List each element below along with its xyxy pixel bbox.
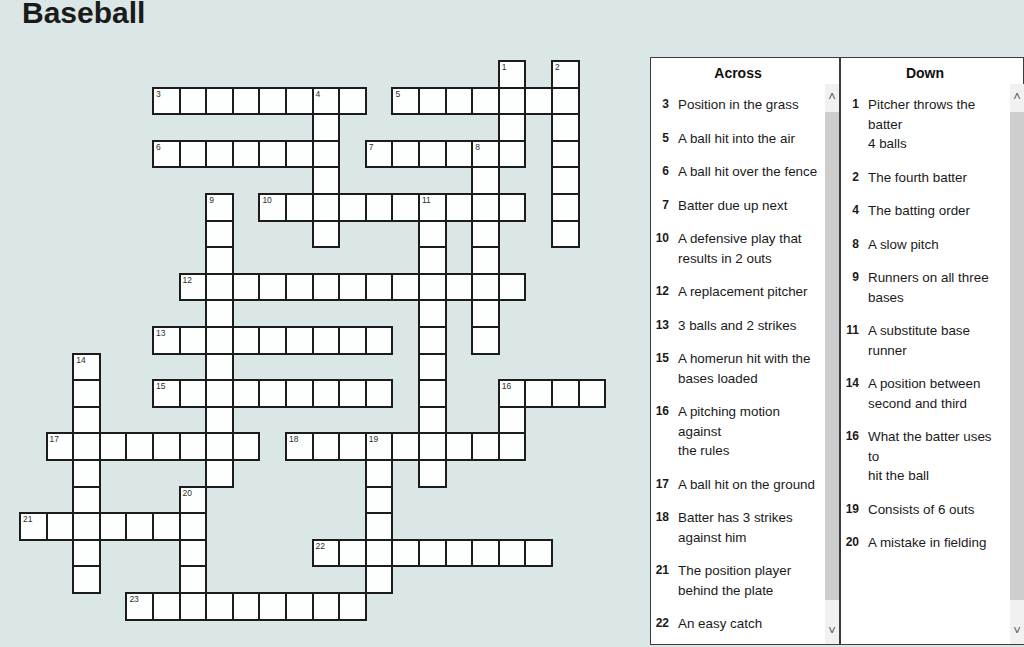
- down-scrollbar[interactable]: ˄ ˅: [1010, 84, 1024, 644]
- grid-cell-r10c13[interactable]: [365, 326, 394, 355]
- grid-cell-r14c7[interactable]: [205, 432, 234, 461]
- grid-cell-r14c8[interactable]: [232, 432, 261, 461]
- grid-cell-r20c5[interactable]: [152, 592, 181, 621]
- down-clue-text-4: The batting order: [868, 201, 1003, 221]
- down-clue-text-8: A slow pitch: [868, 235, 1003, 255]
- across-clue-text-18: Batter has 3 strikesagainst him: [678, 508, 819, 547]
- grid-cell-r10c7[interactable]: [205, 326, 234, 355]
- grid-cell-r18c17[interactable]: [471, 539, 500, 568]
- down-clue-number-8: 8: [841, 235, 859, 255]
- grid-cell-r8c15[interactable]: [418, 273, 447, 302]
- grid-cell-r17c0[interactable]: 21: [19, 512, 48, 541]
- grid-cell-r5c14[interactable]: [391, 193, 420, 222]
- down-clue-list: 1Pitcher throws the batter4 balls2The fo…: [841, 95, 1003, 567]
- down-clue-text-11: A substitute base runner: [868, 321, 1003, 360]
- grid-cell-r3c15[interactable]: [418, 140, 447, 169]
- grid-cell-r7c17[interactable]: [471, 246, 500, 275]
- across-clue-16[interactable]: 16A pitching motion againstthe rules: [651, 402, 819, 461]
- grid-cell-r5c13[interactable]: [365, 193, 394, 222]
- scrollbar-thumb[interactable]: [825, 112, 839, 600]
- grid-cell-r12c9[interactable]: [258, 379, 287, 408]
- grid-cell-r3c9[interactable]: [258, 140, 287, 169]
- grid-cell-r9c15[interactable]: [418, 299, 447, 328]
- grid-cell-r10c5[interactable]: 13: [152, 326, 181, 355]
- grid-cell-r10c9[interactable]: [258, 326, 287, 355]
- grid-cell-r0c18[interactable]: 1: [498, 60, 527, 89]
- across-clue-text-5: A ball hit into the air: [678, 129, 819, 149]
- grid-cell-r20c9[interactable]: [258, 592, 287, 621]
- grid-cell-r1c5[interactable]: 3: [152, 87, 181, 116]
- grid-cell-r6c17[interactable]: [471, 220, 500, 249]
- grid-cell-r12c6[interactable]: [179, 379, 208, 408]
- scroll-down-icon[interactable]: ˅: [825, 616, 839, 644]
- grid-cell-r11c7[interactable]: [205, 353, 234, 382]
- down-clue-number-4: 4: [841, 201, 859, 221]
- grid-cell-r13c18[interactable]: [498, 406, 527, 435]
- grid-cell-r20c7[interactable]: [205, 592, 234, 621]
- across-clue-text-17: A ball hit on the ground: [678, 475, 819, 495]
- grid-cell-r1c20[interactable]: [551, 87, 580, 116]
- grid-cell-r8c9[interactable]: [258, 273, 287, 302]
- grid-cell-r7c7[interactable]: [205, 246, 234, 275]
- grid-cell-r17c3[interactable]: [99, 512, 128, 541]
- across-clue-text-22: An easy catch: [678, 614, 819, 634]
- cell-number-2: 2: [555, 62, 560, 72]
- across-clue-6[interactable]: 6A ball hit over the fence: [651, 162, 819, 182]
- grid-cell-r6c20[interactable]: [551, 220, 580, 249]
- grid-cell-r3c13[interactable]: 7: [365, 140, 394, 169]
- grid-cell-r10c17[interactable]: [471, 326, 500, 355]
- grid-cell-r8c11[interactable]: [312, 273, 341, 302]
- grid-cell-r18c15[interactable]: [418, 539, 447, 568]
- grid-cell-r16c6[interactable]: 20: [179, 486, 208, 515]
- down-clue-number-2: 2: [841, 168, 859, 188]
- down-clue-4[interactable]: 4The batting order: [841, 201, 1003, 221]
- grid-cell-r18c16[interactable]: [445, 539, 474, 568]
- across-clue-number-5: 5: [651, 129, 669, 149]
- grid-cell-r13c2[interactable]: [72, 406, 101, 435]
- grid-cell-r2c20[interactable]: [551, 113, 580, 142]
- grid-cell-r6c11[interactable]: [312, 220, 341, 249]
- grid-cell-r17c13[interactable]: [365, 512, 394, 541]
- grid-cell-r1c15[interactable]: [418, 87, 447, 116]
- grid-cell-r8c7[interactable]: [205, 273, 234, 302]
- grid-cell-r3c11[interactable]: [312, 140, 341, 169]
- down-clue-number-20: 20: [841, 533, 859, 553]
- down-clue-text-19: Consists of 6 outs: [868, 500, 1003, 520]
- grid-cell-r18c19[interactable]: [524, 539, 553, 568]
- grid-cell-r3c20[interactable]: [551, 140, 580, 169]
- grid-cell-r5c7[interactable]: 9: [205, 193, 234, 222]
- cell-number-10: 10: [262, 195, 271, 205]
- crossword-app: Baseball 1234567891011121314151617181920…: [0, 0, 1024, 647]
- grid-cell-r17c6[interactable]: [179, 512, 208, 541]
- grid-cell-r3c16[interactable]: [445, 140, 474, 169]
- grid-cell-r13c15[interactable]: [418, 406, 447, 435]
- across-clue-number-12: 12: [651, 282, 669, 302]
- grid-cell-r19c6[interactable]: [179, 565, 208, 594]
- grid-cell-r5c17[interactable]: [471, 193, 500, 222]
- grid-cell-r3c14[interactable]: [391, 140, 420, 169]
- grid-cell-r14c15[interactable]: [418, 432, 447, 461]
- grid-cell-r17c4[interactable]: [125, 512, 154, 541]
- grid-cell-r12c21[interactable]: [578, 379, 607, 408]
- grid-cell-r1c11[interactable]: 4: [312, 87, 341, 116]
- crossword-board: 1234567891011121314151617181920212223: [19, 60, 607, 621]
- grid-cell-r3c5[interactable]: 6: [152, 140, 181, 169]
- across-clue-number-15: 15: [651, 349, 669, 388]
- grid-cell-r14c14[interactable]: [391, 432, 420, 461]
- grid-cell-r12c11[interactable]: [312, 379, 341, 408]
- down-clue-2[interactable]: 2The fourth batter: [841, 168, 1003, 188]
- grid-cell-r8c8[interactable]: [232, 273, 261, 302]
- across-clue-text-21: The position playerbehind the plate: [678, 561, 819, 600]
- grid-cell-r12c15[interactable]: [418, 379, 447, 408]
- cell-number-16: 16: [502, 381, 511, 391]
- down-clue-number-19: 19: [841, 500, 859, 520]
- cell-number-8: 8: [475, 142, 480, 152]
- grid-cell-r4c11[interactable]: [312, 166, 341, 195]
- down-clue-8[interactable]: 8A slow pitch: [841, 235, 1003, 255]
- grid-cell-r1c10[interactable]: [285, 87, 314, 116]
- across-clue-number-6: 6: [651, 162, 669, 182]
- grid-cell-r14c11[interactable]: [312, 432, 341, 461]
- grid-cell-r1c14[interactable]: 5: [391, 87, 420, 116]
- grid-cell-r2c11[interactable]: [312, 113, 341, 142]
- down-clue-number-9: 9: [841, 268, 859, 307]
- scroll-up-icon[interactable]: ˄: [1010, 84, 1024, 112]
- grid-cell-r14c13[interactable]: 19: [365, 432, 394, 461]
- down-clue-20[interactable]: 20A mistake in fielding: [841, 533, 1003, 553]
- down-header: Down: [841, 65, 1023, 81]
- scrollbar-thumb[interactable]: [1010, 112, 1024, 600]
- grid-cell-r12c2[interactable]: [72, 379, 101, 408]
- cell-number-5: 5: [395, 89, 400, 99]
- across-clue-3[interactable]: 3Position in the grass: [651, 95, 819, 115]
- down-clue-text-16: What the batter uses tohit the ball: [868, 427, 1003, 486]
- grid-cell-r5c10[interactable]: [285, 193, 314, 222]
- across-scrollbar[interactable]: ˄ ˅: [825, 84, 839, 644]
- grid-cell-r15c2[interactable]: [72, 459, 101, 488]
- across-header: Across: [651, 65, 839, 81]
- grid-cell-r11c15[interactable]: [418, 353, 447, 382]
- down-clues-panel: Down 1Pitcher throws the batter4 balls2T…: [840, 57, 1024, 645]
- across-clue-number-3: 3: [651, 95, 669, 115]
- grid-cell-r17c5[interactable]: [152, 512, 181, 541]
- cell-number-19: 19: [369, 434, 378, 444]
- grid-cell-r3c10[interactable]: [285, 140, 314, 169]
- grid-cell-r18c11[interactable]: 22: [312, 539, 341, 568]
- grid-cell-r10c12[interactable]: [338, 326, 367, 355]
- grid-cell-r20c6[interactable]: [179, 592, 208, 621]
- across-clue-number-22: 22: [651, 614, 669, 634]
- grid-cell-r10c8[interactable]: [232, 326, 261, 355]
- down-clue-16[interactable]: 16What the batter uses tohit the ball: [841, 427, 1003, 486]
- grid-cell-r4c20[interactable]: [551, 166, 580, 195]
- grid-cell-r14c3[interactable]: [99, 432, 128, 461]
- grid-cell-r5c18[interactable]: [498, 193, 527, 222]
- grid-cell-r1c6[interactable]: [179, 87, 208, 116]
- across-clue-10[interactable]: 10A defensive play thatresults in 2 outs: [651, 229, 819, 268]
- grid-cell-r18c14[interactable]: [391, 539, 420, 568]
- grid-cell-r20c10[interactable]: [285, 592, 314, 621]
- grid-cell-r20c12[interactable]: [338, 592, 367, 621]
- across-clue-text-3: Position in the grass: [678, 95, 819, 115]
- grid-cell-r1c16[interactable]: [445, 87, 474, 116]
- grid-cell-r15c13[interactable]: [365, 459, 394, 488]
- across-clue-number-10: 10: [651, 229, 669, 268]
- across-clue-17[interactable]: 17A ball hit on the ground: [651, 475, 819, 495]
- grid-cell-r0c20[interactable]: 2: [551, 60, 580, 89]
- grid-cell-r18c6[interactable]: [179, 539, 208, 568]
- cell-number-1: 1: [502, 62, 507, 72]
- grid-cell-r12c10[interactable]: [285, 379, 314, 408]
- grid-cell-r8c10[interactable]: [285, 273, 314, 302]
- across-clue-number-13: 13: [651, 316, 669, 336]
- down-clue-text-2: The fourth batter: [868, 168, 1003, 188]
- cell-number-3: 3: [156, 89, 161, 99]
- down-clue-9[interactable]: 9Runners on all three bases: [841, 268, 1003, 307]
- grid-cell-r7c15[interactable]: [418, 246, 447, 275]
- down-clue-number-16: 16: [841, 427, 859, 486]
- grid-cell-r3c7[interactable]: [205, 140, 234, 169]
- grid-cell-r9c7[interactable]: [205, 299, 234, 328]
- down-clue-number-14: 14: [841, 374, 859, 413]
- grid-cell-r10c6[interactable]: [179, 326, 208, 355]
- across-clues-panel: Across 3Position in the grass5A ball hit…: [650, 57, 840, 645]
- down-clue-number-11: 11: [841, 321, 859, 360]
- grid-cell-r12c18[interactable]: 16: [498, 379, 527, 408]
- across-clue-15[interactable]: 15A homerun hit with thebases loaded: [651, 349, 819, 388]
- grid-cell-r20c11[interactable]: [312, 592, 341, 621]
- grid-cell-r16c13[interactable]: [365, 486, 394, 515]
- across-clue-text-15: A homerun hit with thebases loaded: [678, 349, 819, 388]
- grid-cell-r18c2[interactable]: [72, 539, 101, 568]
- down-clue-1[interactable]: 1Pitcher throws the batter4 balls: [841, 95, 1003, 154]
- cell-number-17: 17: [50, 434, 59, 444]
- grid-cell-r18c13[interactable]: [365, 539, 394, 568]
- grid-cell-r10c15[interactable]: [418, 326, 447, 355]
- grid-cell-r6c15[interactable]: [418, 220, 447, 249]
- grid-cell-r11c2[interactable]: 14: [72, 353, 101, 382]
- grid-cell-r1c17[interactable]: [471, 87, 500, 116]
- grid-cell-r2c18[interactable]: [498, 113, 527, 142]
- grid-cell-r12c13[interactable]: [365, 379, 394, 408]
- grid-cell-r20c4[interactable]: 23: [125, 592, 154, 621]
- grid-cell-r14c16[interactable]: [445, 432, 474, 461]
- down-clue-number-1: 1: [841, 95, 859, 154]
- cell-number-21: 21: [23, 514, 32, 524]
- across-clue-text-13: 3 balls and 2 strikes: [678, 316, 819, 336]
- grid-cell-r5c20[interactable]: [551, 193, 580, 222]
- grid-cell-r1c18[interactable]: [498, 87, 527, 116]
- grid-cell-r14c17[interactable]: [471, 432, 500, 461]
- down-clue-text-14: A position betweensecond and third: [868, 374, 1003, 413]
- grid-cell-r1c8[interactable]: [232, 87, 261, 116]
- grid-cell-r3c18[interactable]: [498, 140, 527, 169]
- across-clue-text-6: A ball hit over the fence: [678, 162, 819, 182]
- grid-cell-r8c16[interactable]: [445, 273, 474, 302]
- across-clue-list: 3Position in the grass5A ball hit into t…: [651, 95, 819, 647]
- cell-number-12: 12: [183, 275, 192, 285]
- grid-cell-r1c19[interactable]: [524, 87, 553, 116]
- cell-number-11: 11: [422, 195, 431, 205]
- across-clue-text-16: A pitching motion againstthe rules: [678, 402, 819, 461]
- scroll-up-icon[interactable]: ˄: [825, 84, 839, 112]
- grid-cell-r8c18[interactable]: [498, 273, 527, 302]
- grid-cell-r14c1[interactable]: 17: [46, 432, 75, 461]
- grid-cell-r12c8[interactable]: [232, 379, 261, 408]
- cell-number-18: 18: [289, 434, 298, 444]
- across-clue-22[interactable]: 22An easy catch: [651, 614, 819, 634]
- grid-cell-r4c17[interactable]: [471, 166, 500, 195]
- across-clue-text-7: Batter due up next: [678, 196, 819, 216]
- grid-cell-r14c5[interactable]: [152, 432, 181, 461]
- grid-cell-r20c8[interactable]: [232, 592, 261, 621]
- across-clue-text-12: A replacement pitcher: [678, 282, 819, 302]
- grid-cell-r13c7[interactable]: [205, 406, 234, 435]
- across-clue-13[interactable]: 133 balls and 2 strikes: [651, 316, 819, 336]
- down-clue-19[interactable]: 19Consists of 6 outs: [841, 500, 1003, 520]
- grid-cell-r12c19[interactable]: [524, 379, 553, 408]
- grid-cell-r18c12[interactable]: [338, 539, 367, 568]
- across-clue-21[interactable]: 21The position playerbehind the plate: [651, 561, 819, 600]
- grid-cell-r14c4[interactable]: [125, 432, 154, 461]
- cell-number-20: 20: [183, 488, 192, 498]
- grid-cell-r16c2[interactable]: [72, 486, 101, 515]
- across-clue-number-17: 17: [651, 475, 669, 495]
- down-clue-text-1: Pitcher throws the batter4 balls: [868, 95, 1003, 154]
- across-clue-18[interactable]: 18Batter has 3 strikesagainst him: [651, 508, 819, 547]
- cell-number-15: 15: [156, 381, 165, 391]
- down-clue-11[interactable]: 11A substitute base runner: [841, 321, 1003, 360]
- grid-cell-r1c9[interactable]: [258, 87, 287, 116]
- grid-cell-r14c2[interactable]: [72, 432, 101, 461]
- grid-cell-r12c7[interactable]: [205, 379, 234, 408]
- grid-cell-r1c12[interactable]: [338, 87, 367, 116]
- grid-cell-r3c8[interactable]: [232, 140, 261, 169]
- grid-cell-r10c11[interactable]: [312, 326, 341, 355]
- down-clue-text-9: Runners on all three bases: [868, 268, 1003, 307]
- grid-cell-r3c6[interactable]: [179, 140, 208, 169]
- grid-cell-r8c12[interactable]: [338, 273, 367, 302]
- across-clue-number-7: 7: [651, 196, 669, 216]
- grid-cell-r8c6[interactable]: 12: [179, 273, 208, 302]
- grid-cell-r8c13[interactable]: [365, 273, 394, 302]
- grid-cell-r19c13[interactable]: [365, 565, 394, 594]
- across-clue-number-16: 16: [651, 402, 669, 461]
- grid-cell-r5c11[interactable]: [312, 193, 341, 222]
- grid-cell-r12c20[interactable]: [551, 379, 580, 408]
- grid-cell-r5c9[interactable]: 10: [258, 193, 287, 222]
- cell-number-22: 22: [316, 541, 325, 551]
- grid-cell-r10c10[interactable]: [285, 326, 314, 355]
- cell-number-14: 14: [76, 355, 85, 365]
- down-clue-text-20: A mistake in fielding: [868, 533, 1003, 553]
- page-title: Baseball: [22, 0, 145, 30]
- grid-cell-r9c17[interactable]: [471, 299, 500, 328]
- across-clue-12[interactable]: 12A replacement pitcher: [651, 282, 819, 302]
- scroll-down-icon[interactable]: ˅: [1010, 616, 1024, 644]
- cell-number-4: 4: [316, 89, 321, 99]
- grid-cell-r17c2[interactable]: [72, 512, 101, 541]
- cell-number-13: 13: [156, 328, 165, 338]
- across-clue-7[interactable]: 7Batter due up next: [651, 196, 819, 216]
- grid-cell-r17c1[interactable]: [46, 512, 75, 541]
- grid-cell-r14c6[interactable]: [179, 432, 208, 461]
- grid-cell-r1c7[interactable]: [205, 87, 234, 116]
- cell-number-23: 23: [129, 594, 138, 604]
- across-clue-text-10: A defensive play thatresults in 2 outs: [678, 229, 819, 268]
- down-clue-14[interactable]: 14A position betweensecond and third: [841, 374, 1003, 413]
- cell-number-9: 9: [209, 195, 214, 205]
- grid-cell-r19c2[interactable]: [72, 565, 101, 594]
- grid-cell-r15c15[interactable]: [418, 459, 447, 488]
- across-clue-number-21: 21: [651, 561, 669, 600]
- grid-cell-r8c17[interactable]: [471, 273, 500, 302]
- grid-cell-r12c5[interactable]: 15: [152, 379, 181, 408]
- grid-cell-r5c12[interactable]: [338, 193, 367, 222]
- grid-cell-r3c17[interactable]: 8: [471, 140, 500, 169]
- grid-cell-r5c16[interactable]: [445, 193, 474, 222]
- grid-cell-r12c12[interactable]: [338, 379, 367, 408]
- grid-cell-r15c7[interactable]: [205, 459, 234, 488]
- grid-cell-r5c15[interactable]: 11: [418, 193, 447, 222]
- grid-cell-r18c18[interactable]: [498, 539, 527, 568]
- across-clue-5[interactable]: 5A ball hit into the air: [651, 129, 819, 149]
- cell-number-7: 7: [369, 142, 374, 152]
- across-clue-number-18: 18: [651, 508, 669, 547]
- cell-number-6: 6: [156, 142, 161, 152]
- grid-cell-r14c18[interactable]: [498, 432, 527, 461]
- grid-cell-r14c12[interactable]: [338, 432, 367, 461]
- grid-cell-r6c7[interactable]: [205, 220, 234, 249]
- grid-cell-r14c10[interactable]: 18: [285, 432, 314, 461]
- grid-cell-r8c14[interactable]: [391, 273, 420, 302]
